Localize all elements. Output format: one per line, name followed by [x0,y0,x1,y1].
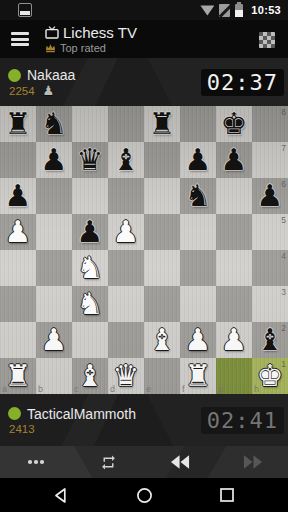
file-coordinate: c [74,384,79,394]
battery-icon [235,4,243,17]
fast-forward-icon [243,455,262,469]
black-pawn: ♟ [216,142,252,178]
square-h8[interactable]: 8 [252,106,288,142]
home-button[interactable] [131,482,157,508]
square-h1[interactable]: 1h♚ [252,358,288,394]
square-d3[interactable] [108,286,144,322]
top-player-bar: Nakaaa 2254 ♟ 02:37 [0,58,288,106]
square-f5[interactable] [180,214,216,250]
square-d2[interactable] [108,322,144,358]
square-g5[interactable] [216,214,252,250]
square-f3[interactable] [180,286,216,322]
square-e2[interactable]: ♝ [144,322,180,358]
checkerboard-icon[interactable] [259,32,275,48]
square-e1[interactable]: e [144,358,180,394]
black-king: ♚ [216,106,252,142]
square-g1[interactable]: g [216,358,252,394]
square-b3[interactable] [36,286,72,322]
square-g4[interactable] [216,250,252,286]
square-a1[interactable]: a♜ [0,358,36,394]
bottom-player-rating: 2413 [9,423,35,435]
square-c2[interactable] [72,322,108,358]
home-icon [136,487,153,504]
lichess-tv-app: 10:53 Lichess TV Top rated [0,0,288,512]
square-c3[interactable]: ♞ [72,286,108,322]
square-g2[interactable]: ♟ [216,322,252,358]
square-d6[interactable] [108,178,144,214]
rank-coordinate: 6 [281,179,286,189]
square-d8[interactable] [108,106,144,142]
rank-coordinate: 3 [281,287,286,297]
black-rook: ♜ [0,106,36,142]
forward-button[interactable] [232,449,272,475]
square-b5[interactable] [36,214,72,250]
crown-icon [45,43,56,53]
white-bishop: ♝ [144,322,180,358]
rewind-icon [171,455,190,469]
file-coordinate: d [110,384,115,394]
no-sim-icon [219,4,230,17]
black-knight: ♞ [36,106,72,142]
square-d5[interactable]: ♟ [108,214,144,250]
square-e7[interactable] [144,142,180,178]
square-a3[interactable] [0,286,36,322]
square-g6[interactable] [216,178,252,214]
square-g7[interactable]: ♟ [216,142,252,178]
rank-coordinate: 8 [281,107,286,117]
square-f1[interactable]: f♜ [180,358,216,394]
black-rook: ♜ [144,106,180,142]
square-c6[interactable] [72,178,108,214]
white-knight: ♞ [72,250,108,286]
square-a8[interactable]: ♜ [0,106,36,142]
bottom-player-name[interactable]: TacticalMammoth [27,406,136,422]
file-coordinate: g [218,384,223,394]
status-bar: 10:53 [0,0,288,20]
square-e5[interactable] [144,214,180,250]
square-c8[interactable] [72,106,108,142]
app-bar: Lichess TV Top rated [0,20,288,58]
square-f4[interactable] [180,250,216,286]
file-coordinate: a [2,384,7,394]
square-e4[interactable] [144,250,180,286]
square-d7[interactable]: ♝ [108,142,144,178]
back-icon [53,487,69,504]
square-g8[interactable]: ♚ [216,106,252,142]
status-time: 10:53 [251,4,281,16]
square-d1[interactable]: d♛ [108,358,144,394]
square-c7[interactable]: ♛ [72,142,108,178]
square-h6[interactable]: 6♟ [252,178,288,214]
file-coordinate: e [146,384,151,394]
rank-coordinate: 7 [281,143,286,153]
square-b1[interactable]: b [36,358,72,394]
square-a4[interactable] [0,250,36,286]
chess-board: ♜♞♜♚8♟♛♝♟♟7♟♞6♟♟♟♟5♞4♞3♟♝♟♟2♝a♜bc♝d♛ef♜g… [0,106,288,394]
white-pawn: ♟ [180,322,216,358]
square-h2[interactable]: 2♝ [252,322,288,358]
square-g3[interactable] [216,286,252,322]
top-player-name[interactable]: Nakaaa [27,67,75,83]
captured-pawn-icon: ♟ [43,84,55,97]
square-h5[interactable]: 5 [252,214,288,250]
square-h7[interactable]: 7 [252,142,288,178]
screenshot-icon [18,3,32,17]
square-c4[interactable]: ♞ [72,250,108,286]
rank-coordinate: 2 [281,323,286,333]
black-pawn: ♟ [0,178,36,214]
top-player-rating: 2254 [9,85,35,97]
bottom-player-bar: TacticalMammoth 2413 02:41 [0,394,288,446]
white-rook: ♜ [180,358,216,394]
channel-label: Top rated [60,42,106,54]
white-pawn: ♟ [0,214,36,250]
black-queen: ♛ [72,142,108,178]
online-indicator [8,69,21,82]
tv-icon [45,26,59,39]
file-coordinate: f [182,384,185,394]
square-h4[interactable]: 4 [252,250,288,286]
black-knight: ♞ [180,178,216,214]
white-pawn: ♟ [108,214,144,250]
flip-icon [100,454,117,471]
black-pawn: ♟ [36,142,72,178]
bottom-player-clock: 02:41 [201,407,284,434]
control-bar [0,446,288,478]
wifi-icon [200,5,214,16]
recents-icon [219,487,235,503]
top-player-clock: 02:37 [201,69,284,96]
black-pawn: ♟ [180,142,216,178]
square-h3[interactable]: 3 [252,286,288,322]
square-c5[interactable]: ♟ [72,214,108,250]
file-coordinate: b [38,384,43,394]
square-c1[interactable]: c♝ [72,358,108,394]
android-nav-bar [0,478,288,512]
square-e8[interactable]: ♜ [144,106,180,142]
square-a5[interactable]: ♟ [0,214,36,250]
recents-button[interactable] [214,482,240,508]
flip-board-button[interactable] [88,449,128,475]
square-a7[interactable] [0,142,36,178]
white-pawn: ♟ [36,322,72,358]
white-pawn: ♟ [216,322,252,358]
square-b4[interactable] [36,250,72,286]
square-e6[interactable] [144,178,180,214]
rank-coordinate: 4 [281,251,286,261]
square-d4[interactable] [108,250,144,286]
square-f2[interactable]: ♟ [180,322,216,358]
square-a2[interactable] [0,322,36,358]
square-a6[interactable]: ♟ [0,178,36,214]
square-e3[interactable] [144,286,180,322]
square-f7[interactable]: ♟ [180,142,216,178]
rank-coordinate: 1 [281,359,286,369]
online-indicator [8,407,21,420]
rewind-button[interactable] [160,449,200,475]
square-b7[interactable]: ♟ [36,142,72,178]
rank-coordinate: 5 [281,215,286,225]
menu-icon[interactable] [11,32,33,46]
app-title: Lichess TV [63,24,137,41]
square-f8[interactable] [180,106,216,142]
square-b8[interactable]: ♞ [36,106,72,142]
back-button[interactable] [48,482,74,508]
square-b6[interactable] [36,178,72,214]
white-knight: ♞ [72,286,108,322]
more-options-button[interactable] [16,449,56,475]
square-f6[interactable]: ♞ [180,178,216,214]
file-coordinate: h [254,384,259,394]
ellipsis-icon [28,460,44,464]
black-bishop: ♝ [108,142,144,178]
square-b2[interactable]: ♟ [36,322,72,358]
black-pawn: ♟ [72,214,108,250]
